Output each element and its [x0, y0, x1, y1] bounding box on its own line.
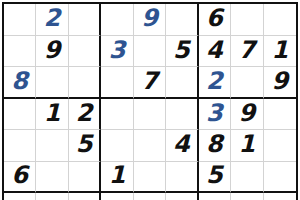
- cell-r6c5[interactable]: [134, 162, 166, 194]
- cell-r4c3[interactable]: 2: [69, 99, 101, 131]
- cell-r4c6[interactable]: [166, 99, 198, 131]
- cell-r3c8[interactable]: [231, 67, 263, 99]
- cell-r4c9[interactable]: [264, 99, 296, 131]
- cell-r7c8[interactable]: [231, 193, 263, 200]
- cell-r4c5[interactable]: [134, 99, 166, 131]
- cell-r6c9[interactable]: [264, 162, 296, 194]
- cell-r3c6[interactable]: [166, 67, 198, 99]
- cell-r6c2[interactable]: [36, 162, 68, 194]
- cell-r1c9[interactable]: [264, 4, 296, 36]
- cell-r2c1[interactable]: [4, 36, 36, 68]
- cell-r6c8[interactable]: [231, 162, 263, 194]
- cell-r3c4[interactable]: [101, 67, 133, 99]
- cell-r7c2[interactable]: [36, 193, 68, 200]
- cell-r3c1[interactable]: 8: [4, 67, 36, 99]
- cell-r5c9[interactable]: [264, 130, 296, 162]
- cell-r1c1[interactable]: [4, 4, 36, 36]
- cell-r3c9[interactable]: 9: [264, 67, 296, 99]
- cell-r4c1[interactable]: [4, 99, 36, 131]
- cell-r2c8[interactable]: 7: [231, 36, 263, 68]
- cell-r4c2[interactable]: 1: [36, 99, 68, 131]
- cell-r2c4[interactable]: 3: [101, 36, 133, 68]
- cell-r1c7[interactable]: 6: [199, 4, 231, 36]
- cell-r1c6[interactable]: [166, 4, 198, 36]
- cell-r7c3[interactable]: [69, 193, 101, 200]
- cell-r4c7[interactable]: 3: [199, 99, 231, 131]
- cell-r6c4[interactable]: 1: [101, 162, 133, 194]
- screen: 296935471872912395481615: [0, 0, 300, 200]
- cell-r3c7[interactable]: 2: [199, 67, 231, 99]
- cell-r2c2[interactable]: 9: [36, 36, 68, 68]
- cell-r2c6[interactable]: 5: [166, 36, 198, 68]
- cell-r7c5[interactable]: [134, 193, 166, 200]
- cell-r7c7[interactable]: [199, 193, 231, 200]
- cell-r3c2[interactable]: [36, 67, 68, 99]
- cell-r7c9[interactable]: [264, 193, 296, 200]
- cell-r5c7[interactable]: 8: [199, 130, 231, 162]
- cell-r6c6[interactable]: [166, 162, 198, 194]
- cell-r5c5[interactable]: [134, 130, 166, 162]
- cell-r5c1[interactable]: [4, 130, 36, 162]
- cell-r1c3[interactable]: [69, 4, 101, 36]
- cell-r5c8[interactable]: 1: [231, 130, 263, 162]
- cell-r6c7[interactable]: 5: [199, 162, 231, 194]
- cell-r3c3[interactable]: [69, 67, 101, 99]
- cell-r1c5[interactable]: 9: [134, 4, 166, 36]
- cell-r1c2[interactable]: 2: [36, 4, 68, 36]
- cell-r4c4[interactable]: [101, 99, 133, 131]
- cell-r4c8[interactable]: 9: [231, 99, 263, 131]
- cell-r5c3[interactable]: 5: [69, 130, 101, 162]
- cell-r3c5[interactable]: 7: [134, 67, 166, 99]
- cell-r7c6[interactable]: [166, 193, 198, 200]
- cell-r2c5[interactable]: [134, 36, 166, 68]
- cell-r5c6[interactable]: 4: [166, 130, 198, 162]
- cell-r6c3[interactable]: [69, 162, 101, 194]
- cell-r2c7[interactable]: 4: [199, 36, 231, 68]
- cell-r1c4[interactable]: [101, 4, 133, 36]
- cell-r7c1[interactable]: [4, 193, 36, 200]
- cell-r5c2[interactable]: [36, 130, 68, 162]
- cell-r5c4[interactable]: [101, 130, 133, 162]
- sudoku-board: 296935471872912395481615: [2, 2, 298, 200]
- cell-r1c8[interactable]: [231, 4, 263, 36]
- cell-r2c3[interactable]: [69, 36, 101, 68]
- cell-r7c4[interactable]: [101, 193, 133, 200]
- cell-r2c9[interactable]: 1: [264, 36, 296, 68]
- cell-r6c1[interactable]: 6: [4, 162, 36, 194]
